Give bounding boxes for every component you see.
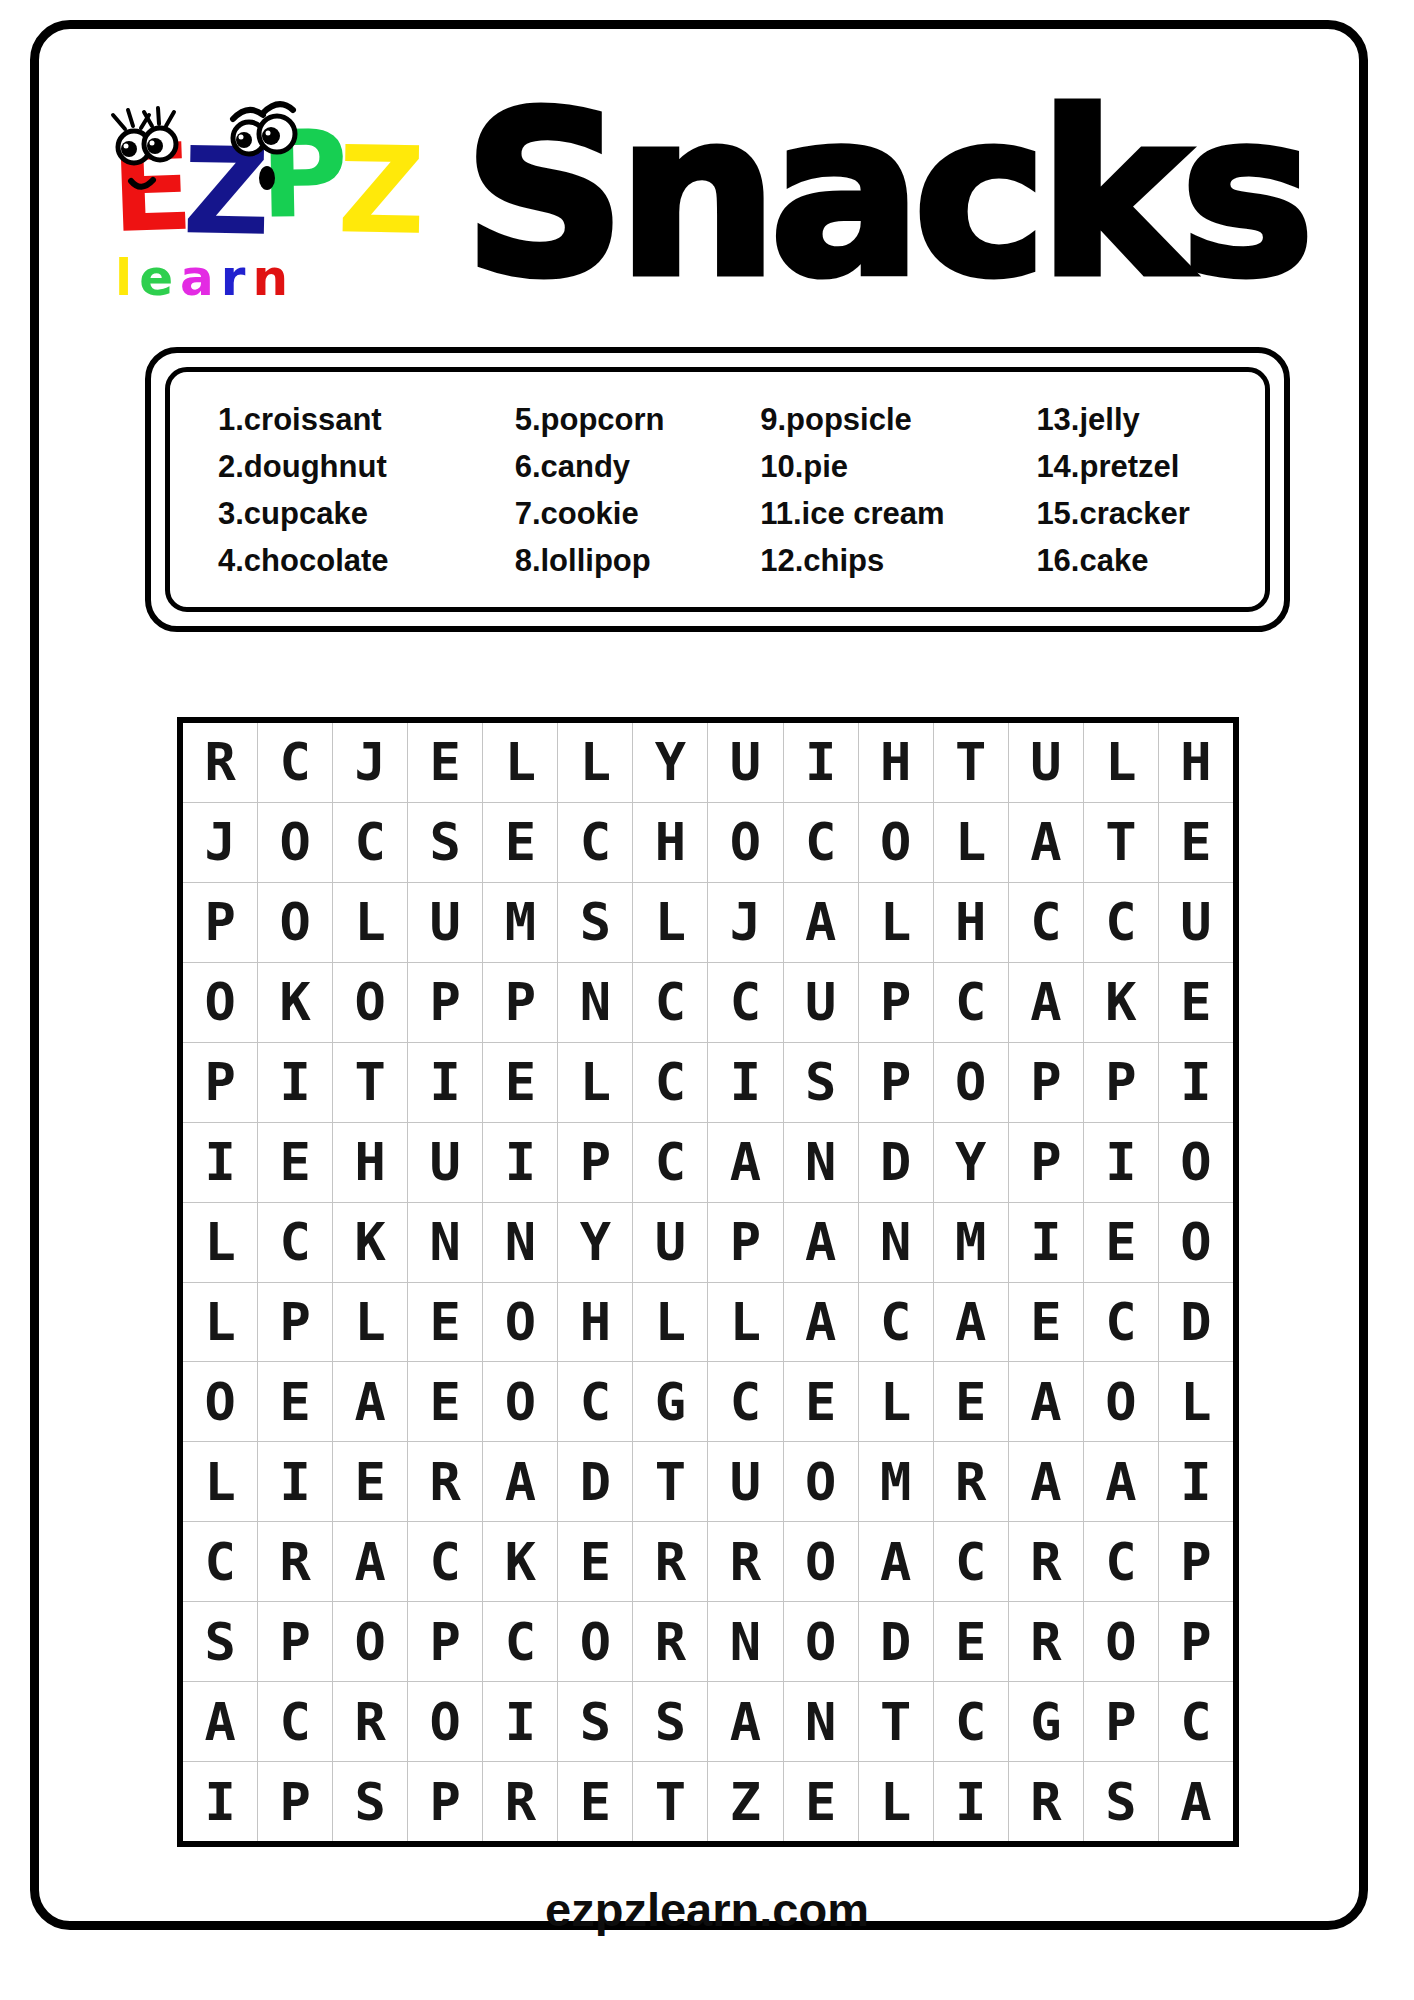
grid-cell: Z bbox=[708, 1762, 782, 1841]
grid-cell: O bbox=[1084, 1362, 1158, 1441]
grid-cell: E bbox=[934, 1362, 1008, 1441]
grid-cell: O bbox=[333, 1602, 407, 1681]
grid-cell: O bbox=[258, 883, 332, 962]
grid-cell: Y bbox=[558, 1203, 632, 1282]
grid-cell: I bbox=[483, 1123, 557, 1202]
grid-cell: U bbox=[708, 1442, 782, 1521]
grid-cell: U bbox=[633, 1203, 707, 1282]
grid-cell: C bbox=[483, 1602, 557, 1681]
grid-cell: K bbox=[258, 963, 332, 1042]
grid-cell: M bbox=[859, 1442, 933, 1521]
grid-cell: N bbox=[859, 1203, 933, 1282]
grid-cell: T bbox=[333, 1043, 407, 1122]
grid-cell: O bbox=[784, 1602, 858, 1681]
grid-cell: C bbox=[258, 1203, 332, 1282]
grid-cell: L bbox=[1159, 1362, 1233, 1441]
grid-cell: L bbox=[183, 1203, 257, 1282]
grid-cell: H bbox=[1159, 723, 1233, 802]
grid-cell: H bbox=[859, 723, 933, 802]
grid-cell: D bbox=[1159, 1283, 1233, 1362]
grid-cell: N bbox=[558, 963, 632, 1042]
grid-cell: A bbox=[934, 1283, 1008, 1362]
grid-cell: L bbox=[633, 1283, 707, 1362]
grid-cell: L bbox=[333, 1283, 407, 1362]
grid-cell: E bbox=[558, 1522, 632, 1601]
grid-cell: O bbox=[483, 1283, 557, 1362]
grid-cell: E bbox=[408, 723, 482, 802]
grid-cell: A bbox=[1009, 963, 1083, 1042]
word-list-item: 11.ice cream bbox=[760, 490, 1036, 537]
grid-cell: D bbox=[859, 1602, 933, 1681]
grid-cell: P bbox=[1009, 1123, 1083, 1202]
grid-cell: P bbox=[183, 883, 257, 962]
word-list-box: 1.croissant2.doughnut3.cupcake4.chocolat… bbox=[145, 347, 1290, 632]
grid-cell: A bbox=[784, 1283, 858, 1362]
grid-cell: S bbox=[1084, 1762, 1158, 1841]
grid-cell: A bbox=[1009, 803, 1083, 882]
grid-cell: P bbox=[1009, 1043, 1083, 1122]
grid-cell: O bbox=[1084, 1602, 1158, 1681]
grid-cell: L bbox=[934, 803, 1008, 882]
grid-cell: I bbox=[1084, 1123, 1158, 1202]
grid-cell: A bbox=[859, 1522, 933, 1601]
grid-cell: D bbox=[558, 1442, 632, 1521]
grid-cell: T bbox=[934, 723, 1008, 802]
grid-cell: L bbox=[558, 1043, 632, 1122]
grid-cell: U bbox=[408, 1123, 482, 1202]
word-list-item: 12.chips bbox=[760, 537, 1036, 584]
grid-cell: M bbox=[934, 1203, 1008, 1282]
word-list-inner-box: 1.croissant2.doughnut3.cupcake4.chocolat… bbox=[165, 367, 1270, 612]
grid-cell: R bbox=[1009, 1602, 1083, 1681]
word-list-column: 1.croissant2.doughnut3.cupcake4.chocolat… bbox=[218, 396, 515, 584]
word-list: 1.croissant2.doughnut3.cupcake4.chocolat… bbox=[218, 396, 1241, 584]
grid-cell: P bbox=[483, 963, 557, 1042]
word-list-item: 9.popsicle bbox=[760, 396, 1036, 443]
grid-cell: O bbox=[183, 1362, 257, 1441]
grid-cell: H bbox=[934, 883, 1008, 962]
grid-cell: P bbox=[859, 1043, 933, 1122]
grid-cell: C bbox=[708, 963, 782, 1042]
grid-cell: A bbox=[708, 1123, 782, 1202]
grid-cell: P bbox=[408, 1602, 482, 1681]
grid-cell: T bbox=[859, 1682, 933, 1761]
grid-cell: O bbox=[784, 1442, 858, 1521]
grid-cell: L bbox=[483, 723, 557, 802]
word-list-item: 1.croissant bbox=[218, 396, 515, 443]
grid-cell: P bbox=[258, 1283, 332, 1362]
grid-cell: O bbox=[708, 803, 782, 882]
grid-cell: G bbox=[1009, 1682, 1083, 1761]
grid-cell: O bbox=[408, 1682, 482, 1761]
word-list-item: 3.cupcake bbox=[218, 490, 515, 537]
grid-cell: A bbox=[784, 883, 858, 962]
grid-cell: R bbox=[408, 1442, 482, 1521]
grid-cell: S bbox=[408, 803, 482, 882]
grid-cell: A bbox=[708, 1682, 782, 1761]
grid-cell: P bbox=[558, 1123, 632, 1202]
p-eyes-icon bbox=[233, 116, 295, 154]
grid-cell: O bbox=[1159, 1203, 1233, 1282]
word-list-item: 4.chocolate bbox=[218, 537, 515, 584]
grid-cell: G bbox=[633, 1362, 707, 1441]
word-search-grid: RCJELLYUIHTULHJOCSECHOCOLATEPOLUMSLJALHC… bbox=[177, 717, 1239, 1847]
grid-cell: K bbox=[1084, 963, 1158, 1042]
grid-cell: H bbox=[633, 803, 707, 882]
word-list-item: 14.pretzel bbox=[1036, 443, 1241, 490]
grid-cell: C bbox=[1084, 1283, 1158, 1362]
worksheet-page: EZPZ learn bbox=[0, 0, 1414, 2000]
word-list-item: 13.jelly bbox=[1036, 396, 1241, 443]
grid-cell: I bbox=[408, 1043, 482, 1122]
grid-cell: P bbox=[408, 963, 482, 1042]
grid-cell: E bbox=[784, 1362, 858, 1441]
grid-cell: E bbox=[1159, 963, 1233, 1042]
logo-face-icons bbox=[95, 95, 405, 330]
grid-cell: U bbox=[408, 883, 482, 962]
grid-cell: I bbox=[183, 1762, 257, 1841]
grid-cell: L bbox=[859, 1762, 933, 1841]
grid-cell: J bbox=[708, 883, 782, 962]
grid-cell: L bbox=[183, 1283, 257, 1362]
word-list-item: 6.candy bbox=[515, 443, 761, 490]
grid-cell: E bbox=[483, 803, 557, 882]
grid-cell: L bbox=[558, 723, 632, 802]
grid-cell: C bbox=[1084, 1522, 1158, 1601]
grid-cell: C bbox=[258, 1682, 332, 1761]
grid-cell: O bbox=[183, 963, 257, 1042]
grid-cell: R bbox=[483, 1762, 557, 1841]
grid-cell: S bbox=[558, 883, 632, 962]
grid-cell: L bbox=[1084, 723, 1158, 802]
word-list-column: 13.jelly14.pretzel15.cracker16.cake bbox=[1036, 396, 1241, 584]
grid-cell: O bbox=[1159, 1123, 1233, 1202]
grid-cell: L bbox=[859, 883, 933, 962]
grid-cell: O bbox=[558, 1602, 632, 1681]
grid-cell: E bbox=[333, 1442, 407, 1521]
grid-cell: R bbox=[1009, 1762, 1083, 1841]
grid-cell: M bbox=[483, 883, 557, 962]
grid-cell: P bbox=[1159, 1602, 1233, 1681]
grid-cell: C bbox=[1084, 883, 1158, 962]
grid-cell: S bbox=[183, 1602, 257, 1681]
grid-cell: P bbox=[708, 1203, 782, 1282]
grid-cell: P bbox=[1084, 1682, 1158, 1761]
grid-cell: R bbox=[1009, 1522, 1083, 1601]
grid-cell: P bbox=[258, 1602, 332, 1681]
grid-cell: A bbox=[333, 1522, 407, 1601]
grid-cell: T bbox=[633, 1762, 707, 1841]
grid-cell: D bbox=[859, 1123, 933, 1202]
e-eyes-icon bbox=[118, 128, 176, 163]
grid-cell: H bbox=[333, 1123, 407, 1202]
grid-cell: I bbox=[183, 1123, 257, 1202]
grid-cell: E bbox=[483, 1043, 557, 1122]
grid-cell: E bbox=[408, 1362, 482, 1441]
grid-cell: C bbox=[784, 803, 858, 882]
grid-cell: E bbox=[934, 1602, 1008, 1681]
grid-cell: S bbox=[633, 1682, 707, 1761]
grid-cell: C bbox=[934, 1682, 1008, 1761]
grid-cell: R bbox=[708, 1522, 782, 1601]
grid-cell: P bbox=[408, 1762, 482, 1841]
grid-cell: A bbox=[333, 1362, 407, 1441]
grid-cell: N bbox=[483, 1203, 557, 1282]
grid-cell: C bbox=[558, 803, 632, 882]
grid-cell: T bbox=[633, 1442, 707, 1521]
grid-cell: R bbox=[258, 1522, 332, 1601]
grid-cell: Y bbox=[934, 1123, 1008, 1202]
grid-cell: O bbox=[859, 803, 933, 882]
grid-cell: L bbox=[708, 1283, 782, 1362]
grid-cell: S bbox=[784, 1043, 858, 1122]
word-list-item: 15.cracker bbox=[1036, 490, 1241, 537]
grid-cell: N bbox=[784, 1682, 858, 1761]
grid-cell: I bbox=[1159, 1442, 1233, 1521]
grid-cell: O bbox=[784, 1522, 858, 1601]
grid-cell: S bbox=[333, 1762, 407, 1841]
mouth-icon bbox=[259, 166, 275, 190]
grid-cell: N bbox=[708, 1602, 782, 1681]
grid-cell: P bbox=[859, 963, 933, 1042]
word-list-column: 9.popsicle10.pie11.ice cream12.chips bbox=[760, 396, 1036, 584]
eyelashes-icon bbox=[113, 108, 174, 129]
grid-cell: Y bbox=[633, 723, 707, 802]
grid-cell: E bbox=[258, 1123, 332, 1202]
grid-cell: C bbox=[558, 1362, 632, 1441]
grid-cell: U bbox=[708, 723, 782, 802]
word-list-item: 5.popcorn bbox=[515, 396, 761, 443]
grid-cell: U bbox=[1009, 723, 1083, 802]
grid-cell: L bbox=[183, 1442, 257, 1521]
grid-cell: N bbox=[408, 1203, 482, 1282]
grid-cell: I bbox=[708, 1043, 782, 1122]
grid-cell: E bbox=[558, 1762, 632, 1841]
grid-cell: C bbox=[408, 1522, 482, 1601]
grid-cell: P bbox=[1159, 1522, 1233, 1601]
grid-cell: E bbox=[258, 1362, 332, 1441]
page-title: Snacks bbox=[390, 83, 1380, 308]
grid-cell: J bbox=[333, 723, 407, 802]
grid-cell: L bbox=[859, 1362, 933, 1441]
grid-cell: K bbox=[483, 1522, 557, 1601]
grid-cell: A bbox=[1009, 1362, 1083, 1441]
ezpz-logo: EZPZ learn bbox=[95, 95, 405, 330]
grid-cell: A bbox=[183, 1682, 257, 1761]
word-list-item: 16.cake bbox=[1036, 537, 1241, 584]
grid-cell: O bbox=[934, 1043, 1008, 1122]
grid-cell: C bbox=[258, 723, 332, 802]
footer-url: ezpzlearn.com bbox=[0, 1882, 1414, 1937]
grid-cell: O bbox=[258, 803, 332, 882]
grid-cell: I bbox=[1159, 1043, 1233, 1122]
grid-cell: H bbox=[558, 1283, 632, 1362]
grid-cell: N bbox=[784, 1123, 858, 1202]
grid-cell: C bbox=[333, 803, 407, 882]
grid-cell: E bbox=[1159, 803, 1233, 882]
grid-cell: C bbox=[1159, 1682, 1233, 1761]
grid-cell: O bbox=[333, 963, 407, 1042]
grid-cell: A bbox=[1009, 1442, 1083, 1521]
grid-cell: U bbox=[784, 963, 858, 1042]
grid-cell: A bbox=[1159, 1762, 1233, 1841]
grid-cell: P bbox=[183, 1043, 257, 1122]
grid-cell: C bbox=[708, 1362, 782, 1441]
grid-cell: K bbox=[333, 1203, 407, 1282]
grid-cell: I bbox=[258, 1043, 332, 1122]
grid-cell: J bbox=[183, 803, 257, 882]
grid-cell: C bbox=[934, 963, 1008, 1042]
grid-cell: I bbox=[483, 1682, 557, 1761]
grid-cell: L bbox=[333, 883, 407, 962]
grid-cell: O bbox=[483, 1362, 557, 1441]
grid-cell: R bbox=[183, 723, 257, 802]
grid-cell: R bbox=[934, 1442, 1008, 1521]
grid-cell: C bbox=[633, 963, 707, 1042]
grid-cell: A bbox=[1084, 1442, 1158, 1521]
grid-cell: A bbox=[784, 1203, 858, 1282]
grid-cell: E bbox=[784, 1762, 858, 1841]
grid-cell: E bbox=[1084, 1203, 1158, 1282]
word-list-item: 7.cookie bbox=[515, 490, 761, 537]
grid-cell: C bbox=[859, 1283, 933, 1362]
grid-cell: R bbox=[333, 1682, 407, 1761]
grid-cell: C bbox=[934, 1522, 1008, 1601]
word-list-item: 10.pie bbox=[760, 443, 1036, 490]
grid-cell: C bbox=[183, 1522, 257, 1601]
grid-cell: I bbox=[934, 1762, 1008, 1841]
grid-cell: R bbox=[633, 1522, 707, 1601]
grid-cell: U bbox=[1159, 883, 1233, 962]
grid-cell: I bbox=[784, 723, 858, 802]
smile-icon bbox=[131, 180, 153, 187]
grid-cell: E bbox=[1009, 1283, 1083, 1362]
grid-cell: T bbox=[1084, 803, 1158, 882]
grid-cell: E bbox=[408, 1283, 482, 1362]
grid-cell: I bbox=[258, 1442, 332, 1521]
grid-cell: P bbox=[258, 1762, 332, 1841]
grid-cell: P bbox=[1084, 1043, 1158, 1122]
word-list-column: 5.popcorn6.candy7.cookie8.lollipop bbox=[515, 396, 761, 584]
grid-cell: S bbox=[558, 1682, 632, 1761]
grid-cell: A bbox=[483, 1442, 557, 1521]
grid-cell: R bbox=[633, 1602, 707, 1681]
word-list-item: 2.doughnut bbox=[218, 443, 515, 490]
grid-cell: L bbox=[633, 883, 707, 962]
grid-cell: C bbox=[1009, 883, 1083, 962]
grid-cell: C bbox=[633, 1043, 707, 1122]
grid-cell: C bbox=[633, 1123, 707, 1202]
grid-cell: I bbox=[1009, 1203, 1083, 1282]
word-list-item: 8.lollipop bbox=[515, 537, 761, 584]
